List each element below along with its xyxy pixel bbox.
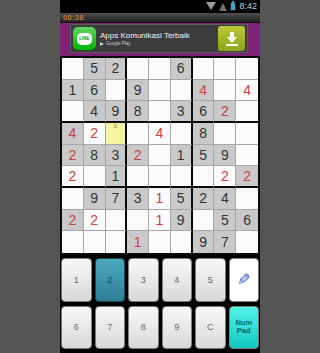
key-4[interactable]: 4 <box>162 258 193 302</box>
cell-r8c4[interactable] <box>127 210 149 232</box>
ad-texts: Apps Komunikasi Terbaik Google Play <box>100 31 214 46</box>
cell-r2c7[interactable]: 4 <box>193 80 215 102</box>
cell-r5c9[interactable] <box>236 145 258 167</box>
cell-r8c9[interactable]: 6 <box>236 210 258 232</box>
key-3[interactable]: 3 <box>128 258 159 302</box>
ad-title: Apps Komunikasi Terbaik <box>100 31 214 40</box>
cell-r5c7[interactable]: 5 <box>193 145 215 167</box>
cell-r7c2[interactable]: 9 <box>84 188 106 210</box>
cell-r3c5[interactable] <box>149 101 171 123</box>
cell-r7c6[interactable]: 5 <box>171 188 193 210</box>
play-store-icon <box>100 42 104 46</box>
key-5[interactable]: 5 <box>195 258 226 302</box>
ad-download-button[interactable] <box>218 26 245 51</box>
number-keypad: 12345✎6789CNum Pad <box>60 255 260 353</box>
cell-r6c8[interactable]: 2 <box>214 166 236 188</box>
cell-r9c6[interactable] <box>171 231 193 253</box>
cell-r6c5[interactable] <box>149 166 171 188</box>
cell-r8c3[interactable] <box>106 210 128 232</box>
cell-r6c6[interactable] <box>171 166 193 188</box>
cell-r2c2[interactable]: 6 <box>84 80 106 102</box>
cell-r5c2[interactable]: 8 <box>84 145 106 167</box>
signal-icon <box>219 3 227 11</box>
cell-r3c4[interactable]: 8 <box>127 101 149 123</box>
cell-r9c7[interactable]: 9 <box>193 231 215 253</box>
wifi-icon <box>206 2 216 10</box>
cell-r4c2[interactable]: 2 <box>84 123 106 145</box>
cell-r2c6[interactable] <box>171 80 193 102</box>
cell-r7c8[interactable]: 4 <box>214 188 236 210</box>
cell-r1c8[interactable] <box>214 58 236 80</box>
cell-r2c1[interactable]: 1 <box>62 80 84 102</box>
key-2[interactable]: 2 <box>95 258 126 302</box>
phone-screen: 8:42 00:38 LINE Apps Komunikasi Terbaik … <box>60 0 260 353</box>
cell-r3c1[interactable] <box>62 101 84 123</box>
cell-r9c4[interactable]: 1 <box>127 231 149 253</box>
cell-r4c4[interactable] <box>127 123 149 145</box>
key-7[interactable]: 7 <box>95 306 126 350</box>
cell-r4c3[interactable]: 5 <box>106 123 128 145</box>
cell-r5c6[interactable]: 1 <box>171 145 193 167</box>
cell-r9c5[interactable] <box>149 231 171 253</box>
cell-r5c3[interactable]: 3 <box>106 145 128 167</box>
cell-r7c4[interactable]: 3 <box>127 188 149 210</box>
num-pad-button[interactable]: Num Pad <box>229 306 260 350</box>
cell-r1c2[interactable]: 5 <box>84 58 106 80</box>
cell-r9c3[interactable] <box>106 231 128 253</box>
cell-r8c8[interactable]: 5 <box>214 210 236 232</box>
cell-r3c6[interactable]: 3 <box>171 101 193 123</box>
cell-r9c2[interactable] <box>84 231 106 253</box>
pencil-mark: 5 <box>114 123 117 129</box>
cell-r4c7[interactable]: 8 <box>193 123 215 145</box>
cell-r8c2[interactable]: 2 <box>84 210 106 232</box>
line-app-icon: LINE <box>73 27 96 50</box>
cell-r1c7[interactable] <box>193 58 215 80</box>
timer-bar: 00:38 <box>60 13 260 23</box>
battery-icon <box>230 2 236 11</box>
cell-r3c9[interactable] <box>236 101 258 123</box>
cell-r6c9[interactable]: 2 <box>236 166 258 188</box>
cell-r1c9[interactable] <box>236 58 258 80</box>
google-play-badge: Google Play <box>100 41 214 46</box>
cell-r6c4[interactable] <box>127 166 149 188</box>
cell-r6c2[interactable] <box>84 166 106 188</box>
cell-r6c3[interactable]: 1 <box>106 166 128 188</box>
ad-banner[interactable]: LINE Apps Komunikasi Terbaik Google Play <box>70 24 248 53</box>
key-1[interactable]: 1 <box>61 258 92 302</box>
cell-r1c1[interactable] <box>62 58 84 80</box>
ad-area: LINE Apps Komunikasi Terbaik Google Play <box>60 23 260 56</box>
key-8[interactable]: 8 <box>128 306 159 350</box>
elapsed-time: 00:38 <box>63 13 84 22</box>
cell-r9c8[interactable]: 7 <box>214 231 236 253</box>
pencil-mode-button[interactable]: ✎ <box>229 258 260 302</box>
cell-r1c4[interactable] <box>127 58 149 80</box>
cell-r4c1[interactable]: 4 <box>62 123 84 145</box>
cell-r6c1[interactable]: 2 <box>62 166 84 188</box>
line-logo-bubble: LINE <box>77 33 92 45</box>
status-clock: 8:42 <box>239 0 257 13</box>
cell-r5c5[interactable] <box>149 145 171 167</box>
cell-r4c8[interactable] <box>214 123 236 145</box>
sudoku-board: 5261694449836242548283215921229731524221… <box>60 56 260 255</box>
cell-r5c4[interactable]: 2 <box>127 145 149 167</box>
num-pad-label: Num Pad <box>232 319 256 336</box>
cell-r1c5[interactable] <box>149 58 171 80</box>
cell-r8c5[interactable]: 1 <box>149 210 171 232</box>
cell-r2c4[interactable]: 9 <box>127 80 149 102</box>
key-clear[interactable]: C <box>195 306 226 350</box>
cell-r3c3[interactable]: 9 <box>106 101 128 123</box>
cell-r3c7[interactable]: 6 <box>193 101 215 123</box>
cell-r2c3[interactable] <box>106 80 128 102</box>
cell-r9c1[interactable] <box>62 231 84 253</box>
cell-r4c9[interactable] <box>236 123 258 145</box>
key-9[interactable]: 9 <box>162 306 193 350</box>
cell-r5c8[interactable]: 9 <box>214 145 236 167</box>
key-6[interactable]: 6 <box>61 306 92 350</box>
cell-r7c9[interactable] <box>236 188 258 210</box>
cell-r7c7[interactable]: 2 <box>193 188 215 210</box>
cell-r8c1[interactable]: 2 <box>62 210 84 232</box>
cell-r3c8[interactable]: 2 <box>214 101 236 123</box>
cell-r7c5[interactable]: 1 <box>149 188 171 210</box>
cell-r1c3[interactable]: 2 <box>106 58 128 80</box>
cell-r2c8[interactable] <box>214 80 236 102</box>
cell-r5c1[interactable]: 2 <box>62 145 84 167</box>
status-bar: 8:42 <box>60 0 260 13</box>
cell-r8c6[interactable]: 9 <box>171 210 193 232</box>
cell-r7c1[interactable] <box>62 188 84 210</box>
cell-r1c6[interactable]: 6 <box>171 58 193 80</box>
cell-r2c9[interactable]: 4 <box>236 80 258 102</box>
cell-r4c6[interactable] <box>171 123 193 145</box>
cell-r4c5[interactable]: 4 <box>149 123 171 145</box>
cell-r9c9[interactable] <box>236 231 258 253</box>
cell-r6c7[interactable] <box>193 166 215 188</box>
pencil-icon: ✎ <box>237 270 250 289</box>
cell-r8c7[interactable] <box>193 210 215 232</box>
cell-r7c3[interactable]: 7 <box>106 188 128 210</box>
store-label: Google Play <box>106 41 131 46</box>
cell-r2c5[interactable] <box>149 80 171 102</box>
cell-r3c2[interactable]: 4 <box>84 101 106 123</box>
